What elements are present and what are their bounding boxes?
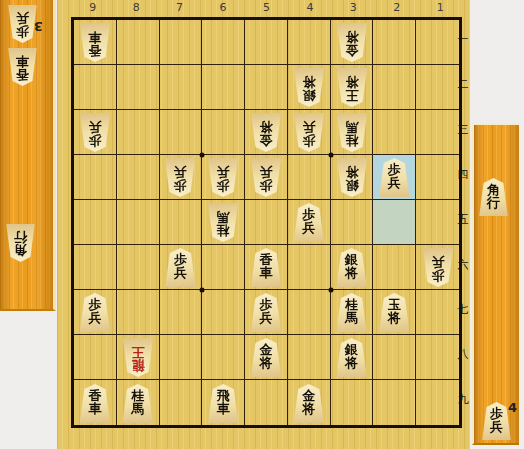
kanji-bottom: 兵 (16, 12, 29, 25)
star-point (328, 153, 333, 158)
square-53[interactable]: 金将 (245, 110, 288, 155)
file-label-5: 5 (245, 1, 288, 14)
piece-kanji: 歩兵 (421, 256, 454, 287)
star-point (328, 288, 333, 293)
square-89[interactable]: 桂馬 (117, 380, 160, 425)
piece-gote-pawn-16[interactable]: 歩兵 (421, 248, 454, 287)
square-72[interactable] (160, 65, 203, 110)
file-label-7: 7 (158, 1, 201, 14)
piece-kanji: 歩兵 (78, 121, 111, 152)
kanji-bottom: 車 (259, 266, 272, 279)
square-43[interactable]: 歩兵 (288, 110, 331, 155)
piece-kanji: 桂馬 (207, 211, 240, 242)
kanji-bottom: 馬 (345, 121, 358, 134)
gote-hand-tray: 歩兵3香車角行 (0, 0, 56, 311)
kanji-bottom: 将 (345, 76, 358, 89)
square-17[interactable] (416, 290, 459, 335)
piece-gote-pawn-54[interactable]: 歩兵 (249, 158, 282, 197)
square-48[interactable] (288, 335, 331, 380)
square-91[interactable]: 香車 (74, 20, 117, 65)
piece-kanji: 桂馬 (335, 121, 368, 152)
square-63[interactable] (202, 110, 245, 155)
piece-sente-silver-36[interactable]: 銀将 (335, 248, 368, 287)
square-42[interactable]: 銀将 (288, 65, 331, 110)
square-28[interactable] (373, 335, 416, 380)
file-label-2: 2 (375, 1, 418, 14)
piece-sente-rook-69[interactable]: 飛車 (207, 384, 240, 423)
file-labels: 987654321 (71, 1, 462, 14)
square-33[interactable]: 桂馬 (331, 110, 374, 155)
square-95[interactable] (74, 200, 117, 245)
kanji-top: 歩 (217, 179, 230, 192)
kanji-bottom: 将 (388, 311, 401, 324)
kanji-bottom: 兵 (431, 256, 444, 269)
square-13[interactable] (416, 110, 459, 155)
square-78[interactable] (160, 335, 203, 380)
piece-sente-lance-56[interactable]: 香車 (249, 248, 282, 287)
piece-kanji: 香車 (249, 248, 282, 279)
kanji-bottom: 兵 (174, 266, 187, 279)
kanji-top: 歩 (259, 179, 272, 192)
kanji-top: 桂 (345, 134, 358, 147)
piece-sente-pawn-45[interactable]: 歩兵 (292, 203, 325, 242)
piece-kanji: 金将 (292, 384, 325, 415)
kanji-bottom: 兵 (490, 420, 503, 433)
piece-kanji: 歩兵 (164, 248, 197, 279)
kanji-bottom: 兵 (259, 311, 272, 324)
kanji-bottom: 車 (88, 402, 101, 415)
square-47[interactable] (288, 290, 331, 335)
hand-count-gote-pawn: 3 (34, 19, 43, 34)
file-label-8: 8 (114, 1, 157, 14)
square-58[interactable]: 金将 (245, 335, 288, 380)
piece-kanji: 香車 (78, 31, 111, 62)
piece-gote-dragon-88[interactable]: 龍王 (121, 338, 154, 377)
square-74[interactable]: 歩兵 (160, 155, 203, 200)
kanji-top: 王 (345, 89, 358, 102)
piece-kanji: 角行 (5, 231, 36, 262)
piece-gote-lance-91[interactable]: 香車 (78, 23, 111, 62)
square-44[interactable] (288, 155, 331, 200)
star-point (200, 288, 205, 293)
piece-gote-silver-34[interactable]: 銀将 (335, 158, 368, 197)
square-23[interactable] (373, 110, 416, 155)
piece-kanji: 金将 (249, 121, 282, 152)
piece-kanji: 歩兵 (249, 166, 282, 197)
square-14[interactable] (416, 155, 459, 200)
square-66[interactable] (202, 245, 245, 290)
piece-kanji: 歩兵 (249, 293, 282, 324)
hand-count-sente-pawn: 4 (508, 400, 517, 415)
file-label-4: 4 (288, 1, 331, 14)
square-34[interactable]: 銀将 (331, 155, 374, 200)
square-99[interactable]: 香車 (74, 380, 117, 425)
piece-kanji: 歩兵 (164, 166, 197, 197)
kanji-bottom: 兵 (174, 166, 187, 179)
square-54[interactable]: 歩兵 (245, 155, 288, 200)
piece-kanji: 香車 (78, 384, 111, 415)
kanji-bottom: 将 (259, 356, 272, 369)
piece-gote-pawn-74[interactable]: 歩兵 (164, 158, 197, 197)
square-73[interactable] (160, 110, 203, 155)
square-46[interactable] (288, 245, 331, 290)
piece-gote-pawn-93[interactable]: 歩兵 (78, 113, 111, 152)
square-11[interactable] (416, 20, 459, 65)
square-29[interactable] (373, 380, 416, 425)
piece-gote-knight-65[interactable]: 桂馬 (207, 203, 240, 242)
square-19[interactable] (416, 380, 459, 425)
square-18[interactable] (416, 335, 459, 380)
square-22[interactable] (373, 65, 416, 110)
piece-kanji: 歩兵 (292, 203, 325, 234)
square-61[interactable] (202, 20, 245, 65)
piece-sente-knight-89[interactable]: 桂馬 (121, 384, 154, 423)
kanji-top: 銀 (302, 89, 315, 102)
kanji-top: 歩 (88, 134, 101, 147)
kanji-top: 銀 (345, 179, 358, 192)
kanji-bottom: 行 (14, 231, 27, 244)
piece-gote-king-32[interactable]: 王将 (335, 68, 368, 107)
square-92[interactable] (74, 65, 117, 110)
square-62[interactable] (202, 65, 245, 110)
piece-kanji: 飛車 (207, 384, 240, 415)
square-67[interactable] (202, 290, 245, 335)
kanji-top: 歩 (431, 269, 444, 282)
kanji-bottom: 馬 (217, 211, 230, 224)
piece-gote-lance[interactable]: 香車 (7, 48, 38, 86)
piece-sente-silver-38[interactable]: 銀将 (335, 338, 368, 377)
kanji-bottom: 将 (345, 31, 358, 44)
piece-gote-pawn-64[interactable]: 歩兵 (207, 158, 240, 197)
square-16[interactable]: 歩兵 (416, 245, 459, 290)
star-point (200, 153, 205, 158)
piece-kanji: 銀将 (335, 166, 368, 197)
square-45[interactable]: 歩兵 (288, 200, 331, 245)
kanji-bottom: 将 (345, 266, 358, 279)
square-35[interactable] (331, 200, 374, 245)
square-98[interactable] (74, 335, 117, 380)
square-64[interactable]: 歩兵 (202, 155, 245, 200)
square-86[interactable] (117, 245, 160, 290)
shogi-app: 987654321 一二三四五六七八九 香車金将銀将王将歩兵金将歩兵桂馬歩兵歩兵… (0, 0, 524, 449)
square-59[interactable] (245, 380, 288, 425)
square-97[interactable]: 歩兵 (74, 290, 117, 335)
piece-kanji: 桂馬 (335, 293, 368, 324)
square-52[interactable] (245, 65, 288, 110)
kanji-top: 歩 (174, 179, 187, 192)
file-label-1: 1 (419, 1, 462, 14)
square-96[interactable] (74, 245, 117, 290)
kanji-bottom: 兵 (302, 221, 315, 234)
square-71[interactable] (160, 20, 203, 65)
square-77[interactable] (160, 290, 203, 335)
square-51[interactable] (245, 20, 288, 65)
kanji-bottom: 車 (16, 55, 29, 68)
kanji-top: 金 (345, 44, 358, 57)
piece-kanji: 龍王 (121, 346, 154, 377)
kanji-bottom: 将 (302, 76, 315, 89)
piece-kanji: 金将 (335, 31, 368, 62)
piece-kanji: 銀将 (335, 338, 368, 369)
kanji-bottom: 兵 (217, 166, 230, 179)
square-69[interactable]: 飛車 (202, 380, 245, 425)
kanji-top: 角 (14, 244, 27, 257)
square-76[interactable]: 歩兵 (160, 245, 203, 290)
square-84[interactable] (117, 155, 160, 200)
file-label-3: 3 (332, 1, 375, 14)
kanji-bottom: 兵 (88, 121, 101, 134)
square-27[interactable]: 玉将 (373, 290, 416, 335)
piece-sente-gold-49[interactable]: 金将 (292, 384, 325, 423)
piece-sente-pawn-57[interactable]: 歩兵 (249, 293, 282, 332)
square-55[interactable] (245, 200, 288, 245)
square-79[interactable] (160, 380, 203, 425)
kanji-bottom: 馬 (131, 402, 144, 415)
piece-gote-silver-42[interactable]: 銀将 (292, 68, 325, 107)
piece-kanji: 香車 (7, 55, 38, 86)
piece-gote-pawn-43[interactable]: 歩兵 (292, 113, 325, 152)
square-88[interactable]: 龍王 (117, 335, 160, 380)
kanji-bottom: 兵 (88, 311, 101, 324)
kanji-bottom: 車 (88, 31, 101, 44)
square-75[interactable] (160, 200, 203, 245)
square-39[interactable] (331, 380, 374, 425)
piece-sente-bishop[interactable]: 角行 (478, 178, 509, 216)
piece-sente-lance-99[interactable]: 香車 (78, 384, 111, 423)
square-31[interactable]: 金将 (331, 20, 374, 65)
square-85[interactable] (117, 200, 160, 245)
kanji-top: 龍 (131, 359, 144, 372)
square-82[interactable] (117, 65, 160, 110)
kanji-bottom: 兵 (388, 176, 401, 189)
kanji-top: 香 (88, 44, 101, 57)
piece-kanji: 桂馬 (121, 384, 154, 415)
kanji-bottom: 王 (131, 346, 144, 359)
square-21[interactable] (373, 20, 416, 65)
square-37[interactable]: 桂馬 (331, 290, 374, 335)
square-49[interactable]: 金将 (288, 380, 331, 425)
piece-kanji: 玉将 (378, 293, 411, 324)
kanji-bottom: 将 (302, 402, 315, 415)
square-56[interactable]: 香車 (245, 245, 288, 290)
square-83[interactable] (117, 110, 160, 155)
piece-kanji: 王将 (335, 76, 368, 107)
square-94[interactable] (74, 155, 117, 200)
square-68[interactable] (202, 335, 245, 380)
piece-gote-gold-31[interactable]: 金将 (335, 23, 368, 62)
square-24[interactable]: 歩兵 (373, 155, 416, 200)
piece-kanji: 金将 (249, 338, 282, 369)
square-38[interactable]: 銀将 (331, 335, 374, 380)
piece-sente-pawn-76[interactable]: 歩兵 (164, 248, 197, 287)
piece-kanji: 歩兵 (78, 293, 111, 324)
square-15[interactable] (416, 200, 459, 245)
kanji-bottom: 車 (217, 402, 230, 415)
piece-sente-king-27[interactable]: 玉将 (378, 293, 411, 332)
piece-kanji: 歩兵 (207, 166, 240, 197)
piece-kanji: 角行 (478, 178, 509, 209)
kanji-bottom: 行 (487, 196, 500, 209)
square-93[interactable]: 歩兵 (74, 110, 117, 155)
kanji-top: 金 (259, 134, 272, 147)
square-12[interactable] (416, 65, 459, 110)
piece-kanji: 銀将 (292, 76, 325, 107)
piece-sente-pawn-24[interactable]: 歩兵 (378, 158, 411, 197)
square-57[interactable]: 歩兵 (245, 290, 288, 335)
kanji-bottom: 将 (345, 356, 358, 369)
kanji-bottom: 馬 (345, 311, 358, 324)
kanji-bottom: 兵 (302, 121, 315, 134)
kanji-bottom: 兵 (259, 166, 272, 179)
piece-gote-gold-53[interactable]: 金将 (249, 113, 282, 152)
kanji-top: 桂 (217, 224, 230, 237)
kanji-bottom: 将 (345, 166, 358, 179)
file-label-9: 9 (71, 1, 114, 14)
piece-kanji: 銀将 (335, 248, 368, 279)
piece-kanji: 歩兵 (292, 121, 325, 152)
square-25[interactable] (373, 200, 416, 245)
piece-kanji: 歩兵 (378, 158, 411, 189)
piece-sente-gold-58[interactable]: 金将 (249, 338, 282, 377)
kanji-top: 歩 (302, 134, 315, 147)
sente-hand-tray: 角行歩兵4 (472, 123, 519, 445)
piece-gote-knight-33[interactable]: 桂馬 (335, 113, 368, 152)
square-36[interactable]: 銀将 (331, 245, 374, 290)
shogi-board-grid: 香車金将銀将王将歩兵金将歩兵桂馬歩兵歩兵歩兵銀将歩兵桂馬歩兵歩兵香車銀将歩兵歩兵… (71, 17, 462, 428)
kanji-bottom: 将 (259, 121, 272, 134)
square-87[interactable] (117, 290, 160, 335)
square-26[interactable] (373, 245, 416, 290)
square-81[interactable] (117, 20, 160, 65)
square-32[interactable]: 王将 (331, 65, 374, 110)
kanji-top: 歩 (16, 25, 29, 38)
kanji-top: 香 (16, 68, 29, 81)
square-65[interactable]: 桂馬 (202, 200, 245, 245)
piece-sente-pawn-97[interactable]: 歩兵 (78, 293, 111, 332)
piece-sente-knight-37[interactable]: 桂馬 (335, 293, 368, 332)
file-label-6: 6 (201, 1, 244, 14)
square-41[interactable] (288, 20, 331, 65)
piece-gote-bishop[interactable]: 角行 (5, 224, 36, 262)
